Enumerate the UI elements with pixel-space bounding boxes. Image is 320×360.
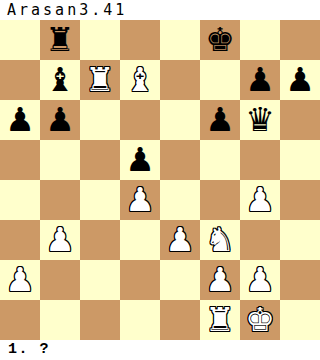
square-b3[interactable]: ♟ — [40, 220, 80, 260]
square-a2[interactable]: ♟ — [0, 260, 40, 300]
square-e4[interactable] — [160, 180, 200, 220]
square-f4[interactable] — [200, 180, 240, 220]
piece-white-pawn: ♟ — [165, 223, 195, 256]
square-a3[interactable] — [0, 220, 40, 260]
square-h7[interactable]: ♟ — [280, 60, 320, 100]
square-a4[interactable] — [0, 180, 40, 220]
square-f6[interactable]: ♟ — [200, 100, 240, 140]
piece-black-queen: ♛ — [245, 103, 275, 136]
piece-black-pawn: ♟ — [205, 103, 235, 136]
piece-black-king: ♚ — [205, 23, 235, 56]
square-f5[interactable] — [200, 140, 240, 180]
square-e1[interactable] — [160, 300, 200, 340]
piece-white-rook: ♜ — [85, 63, 115, 96]
square-b6[interactable]: ♟ — [40, 100, 80, 140]
square-e3[interactable]: ♟ — [160, 220, 200, 260]
chess-board: ♜♚♝♜♝♟♟♟♟♟♛♟♟♟♟♟♞♟♟♟♜♚ — [0, 20, 320, 340]
square-d3[interactable] — [120, 220, 160, 260]
piece-white-pawn: ♟ — [125, 183, 155, 216]
square-c2[interactable] — [80, 260, 120, 300]
piece-white-pawn: ♟ — [245, 183, 275, 216]
square-a7[interactable] — [0, 60, 40, 100]
square-g4[interactable]: ♟ — [240, 180, 280, 220]
square-c3[interactable] — [80, 220, 120, 260]
square-h5[interactable] — [280, 140, 320, 180]
square-e7[interactable] — [160, 60, 200, 100]
piece-white-rook: ♜ — [205, 303, 235, 336]
piece-black-pawn: ♟ — [245, 63, 275, 96]
square-c5[interactable] — [80, 140, 120, 180]
square-d6[interactable] — [120, 100, 160, 140]
arasan-window: Arasan3.41 ♜♚♝♜♝♟♟♟♟♟♛♟♟♟♟♟♞♟♟♟♜♚ 1. ? — [0, 0, 320, 360]
piece-white-knight: ♞ — [205, 223, 235, 256]
square-c4[interactable] — [80, 180, 120, 220]
square-a1[interactable] — [0, 300, 40, 340]
square-f7[interactable] — [200, 60, 240, 100]
square-g1[interactable]: ♚ — [240, 300, 280, 340]
piece-white-pawn: ♟ — [245, 263, 275, 296]
piece-black-bishop: ♝ — [45, 63, 75, 96]
square-b5[interactable] — [40, 140, 80, 180]
square-a6[interactable]: ♟ — [0, 100, 40, 140]
square-b1[interactable] — [40, 300, 80, 340]
piece-white-pawn: ♟ — [5, 263, 35, 296]
square-a8[interactable] — [0, 20, 40, 60]
move-prompt: 1. ? — [0, 340, 320, 360]
square-g8[interactable] — [240, 20, 280, 60]
square-b4[interactable] — [40, 180, 80, 220]
square-g6[interactable]: ♛ — [240, 100, 280, 140]
square-h4[interactable] — [280, 180, 320, 220]
square-g5[interactable] — [240, 140, 280, 180]
piece-black-pawn: ♟ — [5, 103, 35, 136]
square-d4[interactable]: ♟ — [120, 180, 160, 220]
square-f1[interactable]: ♜ — [200, 300, 240, 340]
square-c6[interactable] — [80, 100, 120, 140]
square-e5[interactable] — [160, 140, 200, 180]
square-b2[interactable] — [40, 260, 80, 300]
square-c7[interactable]: ♜ — [80, 60, 120, 100]
square-h1[interactable] — [280, 300, 320, 340]
square-f8[interactable]: ♚ — [200, 20, 240, 60]
piece-white-pawn: ♟ — [45, 223, 75, 256]
piece-white-bishop: ♝ — [125, 63, 155, 96]
square-d1[interactable] — [120, 300, 160, 340]
square-a5[interactable] — [0, 140, 40, 180]
square-c1[interactable] — [80, 300, 120, 340]
square-f3[interactable]: ♞ — [200, 220, 240, 260]
square-g2[interactable]: ♟ — [240, 260, 280, 300]
square-h2[interactable] — [280, 260, 320, 300]
square-h3[interactable] — [280, 220, 320, 260]
square-h6[interactable] — [280, 100, 320, 140]
square-g3[interactable] — [240, 220, 280, 260]
square-f2[interactable]: ♟ — [200, 260, 240, 300]
piece-black-rook: ♜ — [45, 23, 75, 56]
piece-black-pawn: ♟ — [285, 63, 315, 96]
square-h8[interactable] — [280, 20, 320, 60]
piece-black-pawn: ♟ — [45, 103, 75, 136]
square-d8[interactable] — [120, 20, 160, 60]
square-b7[interactable]: ♝ — [40, 60, 80, 100]
square-c8[interactable] — [80, 20, 120, 60]
square-g7[interactable]: ♟ — [240, 60, 280, 100]
square-b8[interactable]: ♜ — [40, 20, 80, 60]
piece-white-pawn: ♟ — [205, 263, 235, 296]
engine-title: Arasan3.41 — [0, 0, 320, 20]
square-d7[interactable]: ♝ — [120, 60, 160, 100]
square-e2[interactable] — [160, 260, 200, 300]
square-e6[interactable] — [160, 100, 200, 140]
piece-white-king: ♚ — [245, 303, 275, 336]
square-e8[interactable] — [160, 20, 200, 60]
square-d5[interactable]: ♟ — [120, 140, 160, 180]
square-d2[interactable] — [120, 260, 160, 300]
piece-black-pawn: ♟ — [125, 143, 155, 176]
